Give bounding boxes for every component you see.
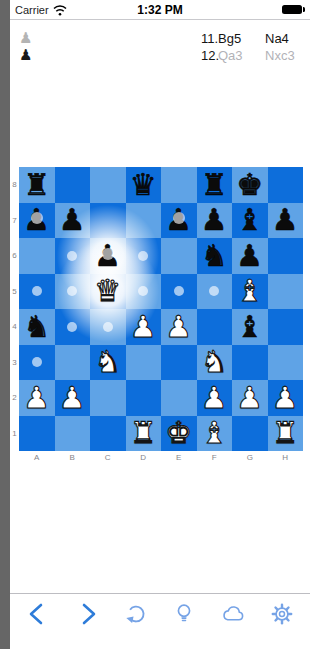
square-c3[interactable]: ♞ — [90, 345, 126, 381]
piece-white-knight: ♞ — [90, 345, 126, 381]
rank-label-4: 4 — [10, 309, 19, 345]
rank-label-5: 5 — [10, 274, 19, 310]
square-f6[interactable]: ♞ — [197, 238, 233, 274]
app-screen: Carrier 1:32 PM ♟ ♟ 11. Bg5 Na4 12. Qa3 … — [10, 0, 310, 649]
square-a6[interactable] — [19, 238, 55, 274]
chevron-left-icon — [24, 600, 52, 628]
settings-button[interactable] — [267, 599, 297, 629]
piece-white-pawn: ♟ — [161, 309, 197, 345]
legal-move-dot — [174, 286, 184, 296]
toolbar — [10, 593, 310, 649]
square-f4[interactable] — [197, 309, 233, 345]
square-a3[interactable] — [19, 345, 55, 381]
legal-move-dot — [32, 357, 42, 367]
rank-label-6: 6 — [10, 238, 19, 274]
legal-move-dot — [67, 322, 77, 332]
square-h6[interactable] — [268, 238, 304, 274]
square-g3[interactable] — [232, 345, 268, 381]
square-a8[interactable]: ♜ — [19, 167, 55, 203]
piece-black-king: ♚ — [232, 167, 268, 203]
battery-icon — [282, 5, 302, 14]
square-d8[interactable]: ♛ — [126, 167, 162, 203]
move-number: 12. — [201, 48, 219, 63]
rank-label-3: 3 — [10, 345, 19, 381]
square-g7[interactable]: ♝ — [232, 203, 268, 239]
legal-move-dot — [103, 322, 113, 332]
square-f1[interactable]: ♝ — [197, 416, 233, 452]
piece-white-knight: ♞ — [197, 345, 233, 381]
piece-white-rook: ♜ — [126, 416, 162, 452]
rank-label-8: 8 — [10, 167, 19, 203]
square-b6[interactable] — [55, 238, 91, 274]
piece-white-bishop: ♝ — [232, 274, 268, 310]
piece-white-king: ♚ — [161, 416, 197, 452]
square-f5[interactable] — [197, 274, 233, 310]
piece-black-pawn: ♟ — [268, 203, 304, 239]
move-row: 11. Bg5 Na4 — [10, 31, 310, 48]
file-label-d: D — [126, 453, 162, 462]
square-e6[interactable] — [161, 238, 197, 274]
piece-white-queen: ♛ — [90, 274, 126, 310]
square-b8[interactable] — [55, 167, 91, 203]
square-d6[interactable] — [126, 238, 162, 274]
square-g1[interactable] — [232, 416, 268, 452]
capture-indicator-dot — [102, 248, 114, 260]
piece-white-pawn: ♟ — [232, 380, 268, 416]
square-b2[interactable]: ♟ — [55, 380, 91, 416]
square-c7[interactable] — [90, 203, 126, 239]
legal-move-dot — [209, 286, 219, 296]
square-d4[interactable]: ♟ — [126, 309, 162, 345]
rank-label-1: 1 — [10, 416, 19, 452]
square-a4[interactable]: ♞ — [19, 309, 55, 345]
rank-labels: 87654321 — [10, 167, 19, 451]
square-d1[interactable]: ♜ — [126, 416, 162, 452]
square-d3[interactable] — [126, 345, 162, 381]
square-d7[interactable] — [126, 203, 162, 239]
square-f3[interactable]: ♞ — [197, 345, 233, 381]
move-black[interactable]: Nxc3 — [265, 48, 295, 63]
capture-indicator-dot — [31, 212, 43, 224]
square-g8[interactable]: ♚ — [232, 167, 268, 203]
cloud-sync-button[interactable] — [218, 599, 248, 629]
file-labels: ABCDEFGH — [19, 453, 303, 462]
piece-white-pawn: ♟ — [268, 380, 304, 416]
square-e2[interactable] — [161, 380, 197, 416]
lightbulb-icon — [171, 601, 197, 627]
piece-black-pawn: ♟ — [197, 203, 233, 239]
square-f7[interactable]: ♟ — [197, 203, 233, 239]
square-e7[interactable]: ♟ — [161, 203, 197, 239]
hint-button[interactable] — [169, 599, 199, 629]
rank-label-7: 7 — [10, 203, 19, 239]
square-e1[interactable]: ♚ — [161, 416, 197, 452]
square-b5[interactable] — [55, 274, 91, 310]
square-a2[interactable]: ♟ — [19, 380, 55, 416]
legal-move-dot — [32, 286, 42, 296]
chevron-right-icon — [73, 600, 101, 628]
cloud-icon — [220, 601, 247, 628]
piece-white-pawn: ♟ — [55, 380, 91, 416]
square-h3[interactable] — [268, 345, 304, 381]
piece-black-rook: ♜ — [19, 167, 55, 203]
piece-black-bishop: ♝ — [232, 203, 268, 239]
legal-move-dot — [138, 251, 148, 261]
status-bar: Carrier 1:32 PM — [10, 0, 310, 20]
piece-black-knight: ♞ — [19, 309, 55, 345]
square-e8[interactable] — [161, 167, 197, 203]
status-time: 1:32 PM — [10, 3, 310, 17]
square-a1[interactable] — [19, 416, 55, 452]
move-white[interactable]: Bg5 — [218, 31, 241, 46]
piece-black-bishop: ♝ — [232, 309, 268, 345]
square-a5[interactable] — [19, 274, 55, 310]
square-b4[interactable] — [55, 309, 91, 345]
square-d5[interactable] — [126, 274, 162, 310]
square-b7[interactable]: ♟ — [55, 203, 91, 239]
move-white[interactable]: Qa3 — [218, 48, 243, 63]
square-c6[interactable]: ♟ — [90, 238, 126, 274]
file-label-f: F — [197, 453, 233, 462]
square-f2[interactable]: ♟ — [197, 380, 233, 416]
piece-black-rook: ♜ — [197, 167, 233, 203]
move-number: 11. — [201, 31, 218, 46]
capture-indicator-dot — [173, 212, 185, 224]
square-g2[interactable]: ♟ — [232, 380, 268, 416]
forward-button[interactable] — [72, 599, 102, 629]
replay-arrow-icon — [123, 601, 149, 627]
square-h7[interactable]: ♟ — [268, 203, 304, 239]
square-g6[interactable]: ♟ — [232, 238, 268, 274]
square-c8[interactable] — [90, 167, 126, 203]
gear-icon — [269, 601, 295, 627]
file-label-g: G — [232, 453, 268, 462]
square-c4[interactable] — [90, 309, 126, 345]
square-b1[interactable] — [55, 416, 91, 452]
square-h5[interactable] — [268, 274, 304, 310]
back-button[interactable] — [23, 599, 53, 629]
file-label-b: B — [55, 453, 91, 462]
file-label-a: A — [19, 453, 55, 462]
square-a7[interactable]: ♟ — [19, 203, 55, 239]
move-black[interactable]: Na4 — [265, 31, 289, 46]
square-g5[interactable]: ♝ — [232, 274, 268, 310]
piece-black-knight: ♞ — [197, 238, 233, 274]
square-c2[interactable] — [90, 380, 126, 416]
square-e3[interactable] — [161, 345, 197, 381]
square-c1[interactable] — [90, 416, 126, 452]
legal-move-dot — [67, 251, 77, 261]
legal-move-dot — [67, 286, 77, 296]
file-label-e: E — [161, 453, 197, 462]
square-e4[interactable]: ♟ — [161, 309, 197, 345]
piece-white-rook: ♜ — [268, 416, 304, 452]
piece-white-pawn: ♟ — [197, 380, 233, 416]
square-h8[interactable] — [268, 167, 304, 203]
square-f8[interactable]: ♜ — [197, 167, 233, 203]
rank-label-2: 2 — [10, 380, 19, 416]
piece-white-bishop: ♝ — [197, 416, 233, 452]
piece-black-pawn: ♟ — [55, 203, 91, 239]
file-label-c: C — [90, 453, 126, 462]
square-h2[interactable]: ♟ — [268, 380, 304, 416]
square-g4[interactable]: ♝ — [232, 309, 268, 345]
square-d2[interactable] — [126, 380, 162, 416]
piece-white-pawn: ♟ — [19, 380, 55, 416]
chess-board: ♜♛♜♚♟♟♟♟♝♟♟♞♟♛♝♞♟♟♝♞♞♟♟♟♟♟♜♚♝♜ — [19, 167, 303, 451]
legal-move-dot — [138, 286, 148, 296]
square-c5[interactable]: ♛ — [90, 274, 126, 310]
move-list: ♟ ♟ 11. Bg5 Na4 12. Qa3 Nxc3 — [10, 30, 310, 76]
move-row: 12. Qa3 Nxc3 — [10, 48, 310, 65]
square-h4[interactable] — [268, 309, 304, 345]
piece-black-queen: ♛ — [126, 167, 162, 203]
square-e5[interactable] — [161, 274, 197, 310]
file-label-h: H — [268, 453, 304, 462]
square-b3[interactable] — [55, 345, 91, 381]
replay-button[interactable] — [121, 599, 151, 629]
piece-black-pawn: ♟ — [232, 238, 268, 274]
piece-white-pawn: ♟ — [126, 309, 162, 345]
square-h1[interactable]: ♜ — [268, 416, 304, 452]
